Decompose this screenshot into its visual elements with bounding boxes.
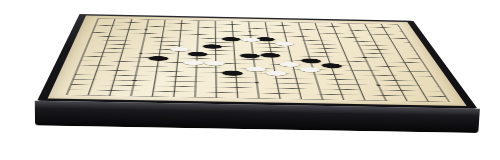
white-stone[interactable]: ●: [240, 37, 261, 42]
board-frame-tray: ●●●●●●●●●●●●●●●●●●●: [37, 14, 477, 109]
go-set-product-photo: ●●●●●●●●●●●●●●●●●●●: [0, 0, 500, 160]
black-stone[interactable]: ●: [259, 52, 282, 57]
black-stone[interactable]: ●: [221, 36, 242, 41]
white-stone[interactable]: ●: [273, 41, 295, 46]
perspective-wrapper: ●●●●●●●●●●●●●●●●●●●: [58, 0, 445, 160]
black-stone[interactable]: ●: [202, 44, 224, 49]
frame-front-face: [35, 101, 480, 133]
camera-tilt-wrapper: ●●●●●●●●●●●●●●●●●●●: [0, 0, 500, 160]
board-surface: ●●●●●●●●●●●●●●●●●●●: [48, 16, 467, 107]
board-grid: [65, 18, 450, 102]
white-stone[interactable]: ●: [169, 46, 191, 51]
